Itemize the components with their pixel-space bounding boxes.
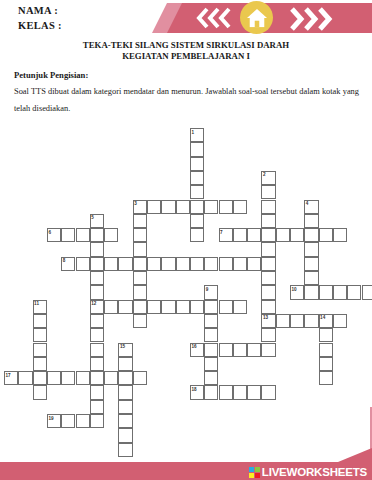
crossword-cell[interactable] <box>33 343 47 357</box>
crossword-cell[interactable] <box>133 371 147 385</box>
crossword-cell[interactable] <box>204 343 218 357</box>
clue-number: 12 <box>91 301 96 306</box>
crossword-cell[interactable] <box>319 285 333 299</box>
crossword-cell[interactable] <box>190 257 204 271</box>
crossword-cell[interactable] <box>133 228 147 242</box>
crossword-cell[interactable] <box>219 385 233 399</box>
crossword-cell[interactable] <box>33 357 47 371</box>
crossword-cell[interactable] <box>319 328 333 342</box>
crossword-cell[interactable] <box>276 314 290 328</box>
crossword-cell[interactable] <box>90 271 104 285</box>
crossword-cell[interactable] <box>118 357 132 371</box>
crossword-cell[interactable] <box>233 385 247 399</box>
liveworksheets-icon <box>249 467 260 478</box>
crossword-cell[interactable] <box>319 357 333 371</box>
crossword-cell[interactable] <box>247 343 261 357</box>
crossword-cell[interactable] <box>204 300 218 314</box>
crossword-cell[interactable] <box>304 242 318 256</box>
crossword-cell[interactable] <box>33 314 47 328</box>
crossword-cell[interactable] <box>161 200 175 214</box>
worksheet-title-line2: KEGIATAN PEMBELAJARAN I <box>0 51 372 61</box>
crossword-cell[interactable] <box>90 328 104 342</box>
crossword-cell[interactable] <box>204 357 218 371</box>
worksheet-page: NAMA : KELAS : TEKA-TEKI SILANG SISTEM S… <box>0 0 372 480</box>
crossword-cell[interactable] <box>190 185 204 199</box>
crossword-cell[interactable] <box>133 257 147 271</box>
crossword-cell[interactable] <box>90 314 104 328</box>
crossword-cell[interactable] <box>304 314 318 328</box>
back-chevrons-icon[interactable] <box>196 7 232 29</box>
crossword-cell[interactable] <box>190 142 204 156</box>
crossword-cell[interactable] <box>233 200 247 214</box>
crossword-cell[interactable] <box>76 228 90 242</box>
crossword-cell[interactable] <box>90 400 104 414</box>
clue-number: 19 <box>48 416 53 421</box>
home-button[interactable] <box>240 1 273 34</box>
crossword-cell[interactable] <box>147 300 161 314</box>
crossword-cell[interactable] <box>147 200 161 214</box>
instructions-heading: Petunjuk Pengisian: <box>14 70 88 80</box>
crossword-cell[interactable] <box>261 271 275 285</box>
crossword-cell[interactable] <box>90 385 104 399</box>
crossword-cell[interactable] <box>261 285 275 299</box>
crossword-cell[interactable] <box>118 443 132 457</box>
crossword-cell[interactable] <box>219 343 233 357</box>
crossword-cell[interactable] <box>233 343 247 357</box>
crossword-cell[interactable] <box>233 257 247 271</box>
crossword-cell[interactable] <box>76 371 90 385</box>
clue-number: 5 <box>91 215 94 220</box>
crossword-cell[interactable] <box>133 300 147 314</box>
crossword-cell[interactable] <box>147 257 161 271</box>
crossword-cell[interactable] <box>90 371 104 385</box>
crossword-cell[interactable] <box>90 343 104 357</box>
crossword-cell[interactable] <box>261 185 275 199</box>
crossword-cell[interactable] <box>161 300 175 314</box>
crossword-cell[interactable] <box>290 228 304 242</box>
crossword-cell[interactable] <box>247 228 261 242</box>
crossword-cell[interactable] <box>104 228 118 242</box>
crossword-cell[interactable] <box>176 300 190 314</box>
crossword-cell[interactable] <box>219 200 233 214</box>
crossword-cell[interactable] <box>118 257 132 271</box>
clue-number: 8 <box>63 258 66 263</box>
clue-number: 6 <box>48 230 51 235</box>
crossword-cell[interactable] <box>304 214 318 228</box>
forward-chevrons-icon[interactable] <box>288 7 334 31</box>
crossword-cell[interactable] <box>219 257 233 271</box>
crossword-cell[interactable] <box>161 257 175 271</box>
crossword-cell[interactable] <box>304 285 318 299</box>
crossword-cell[interactable] <box>261 214 275 228</box>
crossword-cell[interactable] <box>133 271 147 285</box>
crossword-cell[interactable] <box>104 300 118 314</box>
crossword-cell[interactable] <box>204 200 218 214</box>
crossword-cell[interactable] <box>118 385 132 399</box>
crossword-cell[interactable] <box>261 200 275 214</box>
crossword-cell[interactable] <box>133 285 147 299</box>
crossword-cell[interactable] <box>33 328 47 342</box>
crossword-cell[interactable] <box>61 414 75 428</box>
crossword-cell[interactable] <box>290 314 304 328</box>
crossword-cell[interactable] <box>90 228 104 242</box>
crossword-cell[interactable] <box>333 285 347 299</box>
crossword-cell[interactable] <box>90 357 104 371</box>
crossword-cell[interactable] <box>304 271 318 285</box>
crossword-cell[interactable] <box>233 300 247 314</box>
crossword-cell[interactable] <box>204 328 218 342</box>
crossword-cell[interactable] <box>90 257 104 271</box>
footer-diagonal-shape <box>338 448 372 462</box>
crossword-cell[interactable] <box>104 371 118 385</box>
crossword-cell[interactable] <box>204 314 218 328</box>
crossword-cell[interactable] <box>190 300 204 314</box>
home-icon <box>246 8 268 28</box>
clue-number: 14 <box>320 315 325 320</box>
clue-number: 4 <box>306 201 309 206</box>
crossword-cell[interactable] <box>319 343 333 357</box>
liveworksheets-logo-text: LIVEWORKSHEETS <box>262 466 367 478</box>
clue-number: 17 <box>6 373 11 378</box>
crossword-cell[interactable] <box>118 414 132 428</box>
crossword-cell[interactable] <box>204 385 218 399</box>
crossword-cell[interactable] <box>261 343 275 357</box>
crossword-cell[interactable] <box>247 257 261 271</box>
crossword-cell[interactable] <box>118 371 132 385</box>
crossword-cell[interactable] <box>61 371 75 385</box>
clue-number: 16 <box>191 344 196 349</box>
liveworksheets-logo[interactable]: LIVEWORKSHEETS <box>249 466 367 478</box>
crossword-cell[interactable] <box>76 257 90 271</box>
crossword-cell[interactable] <box>190 214 204 228</box>
clue-number: 15 <box>120 344 125 349</box>
crossword-cell[interactable] <box>247 385 261 399</box>
name-label: NAMA : <box>18 5 58 16</box>
crossword-cell[interactable] <box>190 157 204 171</box>
crossword-cell[interactable] <box>118 428 132 442</box>
clue-number: 13 <box>263 315 268 320</box>
crossword-cell[interactable] <box>133 214 147 228</box>
clue-number: 3 <box>134 201 137 206</box>
crossword-cell[interactable] <box>204 371 218 385</box>
crossword-cell[interactable] <box>233 228 247 242</box>
crossword-cell[interactable] <box>118 400 132 414</box>
crossword-cell[interactable] <box>33 371 47 385</box>
crossword-cell[interactable] <box>276 228 290 242</box>
crossword-cell[interactable] <box>347 285 361 299</box>
clue-number: 9 <box>206 287 209 292</box>
crossword-cell[interactable] <box>362 285 372 299</box>
class-label: KELAS : <box>18 20 62 31</box>
crossword-cell[interactable] <box>190 228 204 242</box>
crossword-cell[interactable] <box>319 371 333 385</box>
crossword-cell[interactable] <box>333 228 347 242</box>
crossword-cell[interactable] <box>104 257 118 271</box>
clue-number: 1 <box>191 130 194 135</box>
crossword-cell[interactable] <box>319 228 333 242</box>
crossword-cell[interactable] <box>304 257 318 271</box>
crossword-cell[interactable] <box>47 371 61 385</box>
clue-number: 11 <box>34 301 39 306</box>
crossword-cell[interactable] <box>76 414 90 428</box>
crossword-cell[interactable] <box>204 257 218 271</box>
crossword-cell[interactable] <box>133 242 147 256</box>
crossword-cell[interactable] <box>261 328 275 342</box>
crossword-cell[interactable] <box>176 200 190 214</box>
clue-number: 18 <box>191 387 196 392</box>
crossword-cell[interactable] <box>176 257 190 271</box>
crossword-cell[interactable] <box>261 257 275 271</box>
crossword-cell[interactable] <box>90 285 104 299</box>
crossword-cell[interactable] <box>190 200 204 214</box>
crossword-cell[interactable] <box>90 242 104 256</box>
crossword-cell[interactable] <box>304 228 318 242</box>
crossword-cell[interactable] <box>261 228 275 242</box>
crossword-cell[interactable] <box>61 228 75 242</box>
crossword-cell[interactable] <box>219 300 233 314</box>
crossword-cell[interactable] <box>261 242 275 256</box>
crossword-cell[interactable] <box>33 385 47 399</box>
worksheet-title-line1: TEKA-TEKI SILANG SISTEM SIRKULASI DARAH <box>0 40 372 50</box>
crossword-cell[interactable] <box>261 385 275 399</box>
instructions-body: Soal TTS dibuat dalam kategori mendatar … <box>14 83 359 117</box>
clue-number: 7 <box>220 230 223 235</box>
clue-number: 2 <box>263 172 266 177</box>
crossword-cell[interactable] <box>118 300 132 314</box>
crossword-cell[interactable] <box>333 314 347 328</box>
clue-number: 10 <box>292 287 297 292</box>
crossword-cell[interactable] <box>90 414 104 428</box>
crossword-cell[interactable] <box>133 314 147 328</box>
crossword-cell[interactable] <box>261 300 275 314</box>
crossword-cell[interactable] <box>190 171 204 185</box>
crossword-cell[interactable] <box>18 371 32 385</box>
